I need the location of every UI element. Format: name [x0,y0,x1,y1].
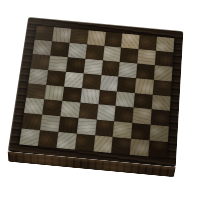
square-a4[interactable] [26,83,46,100]
square-g5[interactable] [135,78,154,94]
square-a5[interactable] [28,68,48,84]
square-h6[interactable] [154,65,173,81]
square-g3[interactable] [133,108,152,125]
square-b4[interactable] [44,85,64,102]
square-g8[interactable] [139,35,157,51]
square-a7[interactable] [33,40,52,56]
square-h5[interactable] [153,80,172,96]
square-e5[interactable] [99,75,118,91]
square-c7[interactable] [68,43,87,59]
square-e4[interactable] [98,89,117,106]
square-c2[interactable] [58,116,78,133]
square-g1[interactable] [130,139,150,157]
square-f2[interactable] [113,122,133,139]
square-e2[interactable] [95,120,115,137]
square-g7[interactable] [138,49,157,65]
square-f3[interactable] [114,106,133,123]
board-top-face [8,17,184,167]
square-b6[interactable] [48,55,67,71]
square-d5[interactable] [82,73,101,89]
square-b8[interactable] [52,27,71,43]
square-h1[interactable] [148,141,167,159]
square-a1[interactable] [19,129,40,147]
photo-background [0,0,200,200]
square-d7[interactable] [85,44,104,60]
square-a8[interactable] [35,26,54,42]
square-c8[interactable] [69,29,88,45]
square-e8[interactable] [104,32,123,48]
square-f8[interactable] [121,33,140,49]
square-e1[interactable] [93,135,113,153]
chessboard [8,17,184,167]
square-b3[interactable] [42,100,62,117]
square-h2[interactable] [150,125,169,142]
square-b1[interactable] [38,130,58,148]
square-g4[interactable] [134,93,153,110]
square-f7[interactable] [120,47,139,63]
square-b7[interactable] [50,41,69,57]
square-f1[interactable] [111,137,131,155]
square-e3[interactable] [96,105,116,122]
square-b5[interactable] [46,70,66,86]
board-frame [9,18,184,167]
square-g2[interactable] [131,123,150,140]
square-b2[interactable] [40,115,60,132]
square-f4[interactable] [116,91,135,108]
square-c1[interactable] [56,132,76,150]
square-f5[interactable] [117,76,136,92]
square-d2[interactable] [76,118,96,135]
square-d1[interactable] [75,134,95,152]
square-a6[interactable] [30,54,50,70]
square-a3[interactable] [24,98,44,115]
square-h8[interactable] [156,37,174,53]
square-e7[interactable] [103,46,122,62]
square-d8[interactable] [87,30,106,46]
board-grid [19,26,174,159]
square-c4[interactable] [62,86,82,103]
square-d3[interactable] [78,103,98,120]
square-a2[interactable] [22,113,42,130]
square-c6[interactable] [66,57,85,73]
square-h3[interactable] [151,110,170,127]
square-c5[interactable] [64,71,83,87]
square-d6[interactable] [83,59,102,75]
square-c3[interactable] [60,101,80,118]
square-g6[interactable] [136,63,155,79]
square-d4[interactable] [80,88,100,105]
square-f6[interactable] [119,62,138,78]
square-h4[interactable] [152,94,171,111]
square-e6[interactable] [101,60,120,76]
square-h7[interactable] [155,51,173,67]
